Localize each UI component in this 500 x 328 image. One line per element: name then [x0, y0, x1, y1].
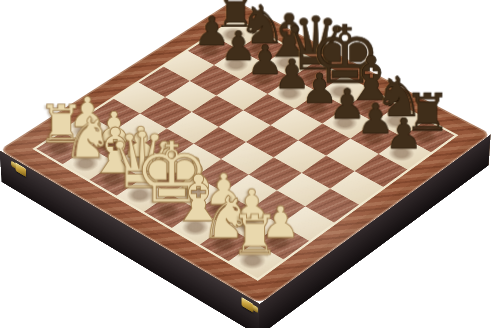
pieces-layer: ♜♞♝♛♚♝♞♜♟♟♟♟♟♟♟♟♟♟♟♟♟♟♟♟♜♞♝♛♚♝♞♜: [0, 0, 491, 304]
product-photo: ♜♞♝♛♚♝♞♜♟♟♟♟♟♟♟♟♟♟♟♟♟♟♟♟♜♞♝♛♚♝♞♜: [0, 0, 500, 328]
chess-board: ♜♞♝♛♚♝♞♜♟♟♟♟♟♟♟♟♟♟♟♟♟♟♟♟♜♞♝♛♚♝♞♜: [0, 0, 491, 304]
brass-clasp-left: [15, 162, 26, 177]
piece-white-rook-h1: ♜: [218, 211, 292, 261]
piece-black-pawn-h7: ♟: [368, 115, 438, 154]
